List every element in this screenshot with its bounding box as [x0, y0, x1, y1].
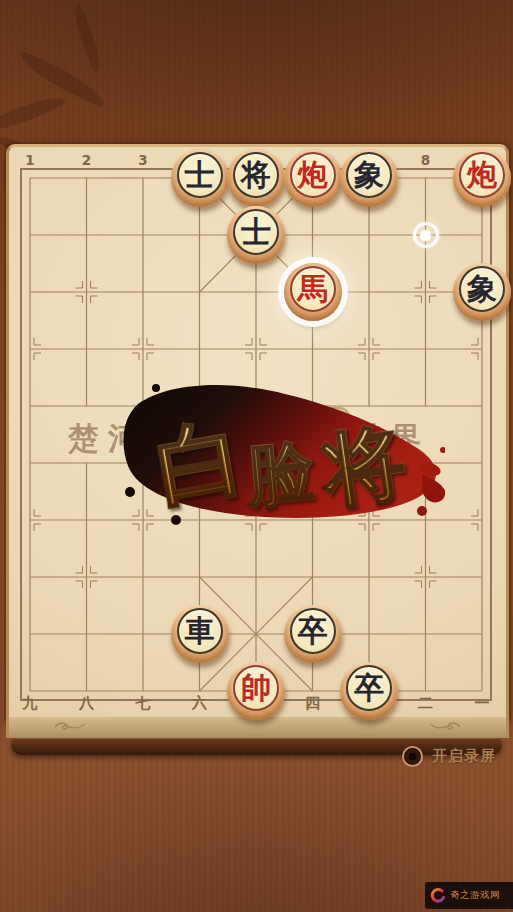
bamboo-leaf-decoration [0, 85, 66, 142]
record-label: 开启录屏 [432, 747, 496, 766]
piece-face: 士 [233, 209, 279, 255]
watermark-logo-icon [430, 888, 446, 904]
bamboo-leaf-decoration [64, 3, 109, 73]
move-target-marker-icon [413, 222, 439, 248]
piece-face: 卒 [346, 665, 392, 711]
piece-face: 象 [346, 152, 392, 198]
record-toggle[interactable]: 开启录屏 [402, 743, 496, 769]
piece-black-pawn[interactable]: 卒 [284, 605, 342, 663]
piece-glyph: 士 [185, 160, 215, 190]
piece-black-advisor[interactable]: 士 [171, 149, 229, 207]
piece-black-advisor[interactable]: 士 [227, 206, 285, 264]
scroll-ornament-icon [53, 719, 87, 733]
piece-black-elephant[interactable]: 象 [340, 149, 398, 207]
board-grid[interactable]: 士将炮象炮士馬象車卒帥卒 [2, 150, 511, 720]
piece-black-pawn[interactable]: 卒 [340, 662, 398, 720]
piece-glyph: 帥 [241, 673, 271, 703]
piece-glyph: 車 [185, 616, 215, 646]
piece-glyph: 卒 [354, 673, 384, 703]
piece-glyph: 馬 [298, 274, 328, 304]
piece-face: 士 [177, 152, 223, 198]
watermark-text: 奇之游戏网 [450, 889, 500, 902]
piece-black-elephant[interactable]: 象 [453, 263, 511, 321]
piece-face: 将 [233, 152, 279, 198]
piece-face: 帥 [233, 665, 279, 711]
piece-glyph: 卒 [298, 616, 328, 646]
piece-black-general[interactable]: 将 [227, 149, 285, 207]
piece-black-chariot[interactable]: 車 [171, 605, 229, 663]
piece-red-horse[interactable]: 馬 [284, 263, 342, 321]
piece-face: 車 [177, 608, 223, 654]
piece-face: 象 [459, 266, 505, 312]
piece-face: 炮 [290, 152, 336, 198]
piece-glyph: 象 [467, 274, 497, 304]
piece-glyph: 将 [241, 160, 271, 190]
scroll-ornament-icon [428, 719, 462, 733]
piece-glyph: 士 [241, 217, 271, 247]
record-icon [402, 746, 423, 767]
piece-red-cannon[interactable]: 炮 [284, 149, 342, 207]
piece-glyph: 象 [354, 160, 384, 190]
piece-face: 馬 [290, 266, 336, 312]
piece-red-cannon[interactable]: 炮 [453, 149, 511, 207]
piece-face: 炮 [459, 152, 505, 198]
game-screen: { "game": "xiangqi", "position": { "fen"… [0, 0, 513, 912]
piece-glyph: 炮 [298, 160, 328, 190]
piece-red-general[interactable]: 帥 [227, 662, 285, 720]
piece-glyph: 炮 [467, 160, 497, 190]
piece-face: 卒 [290, 608, 336, 654]
watermark: 奇之游戏网 [425, 882, 513, 909]
